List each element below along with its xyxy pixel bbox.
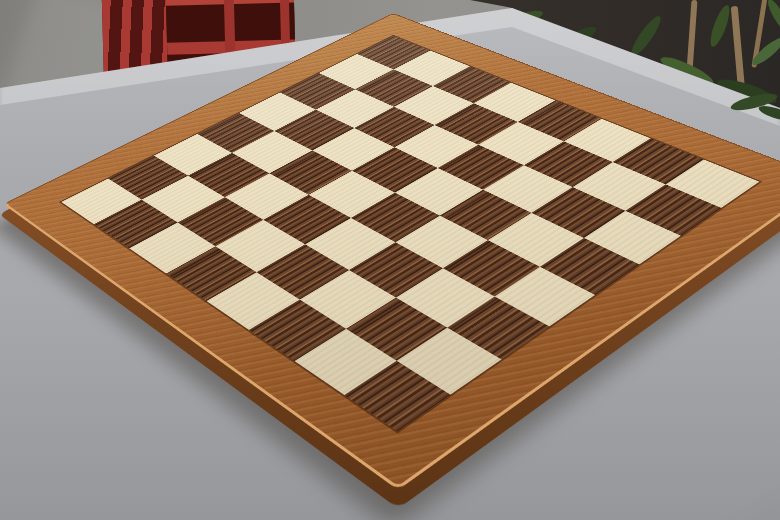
plant-leaf xyxy=(765,0,780,33)
plant-leaf xyxy=(627,13,664,59)
plant-leaf xyxy=(707,3,733,48)
scene-photo xyxy=(0,0,780,520)
